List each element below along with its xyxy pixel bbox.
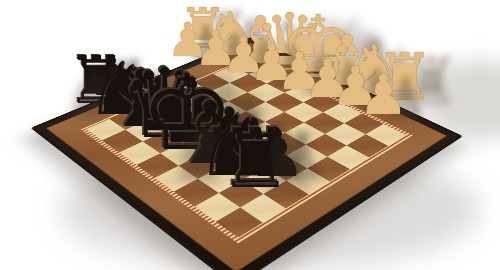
chess-set-photo: ♜♞♟♝♟♛♟♚♟♝♟♞♟♟♜♜♟♟♟♞♟♝♟♛♟♚♟♝♟♟♞♜ Ebonize… <box>0 0 500 270</box>
piece-black-rook-h8[interactable]: ♜ <box>215 118 297 200</box>
piece-white-pawn-h2[interactable]: ♟ <box>356 67 412 123</box>
